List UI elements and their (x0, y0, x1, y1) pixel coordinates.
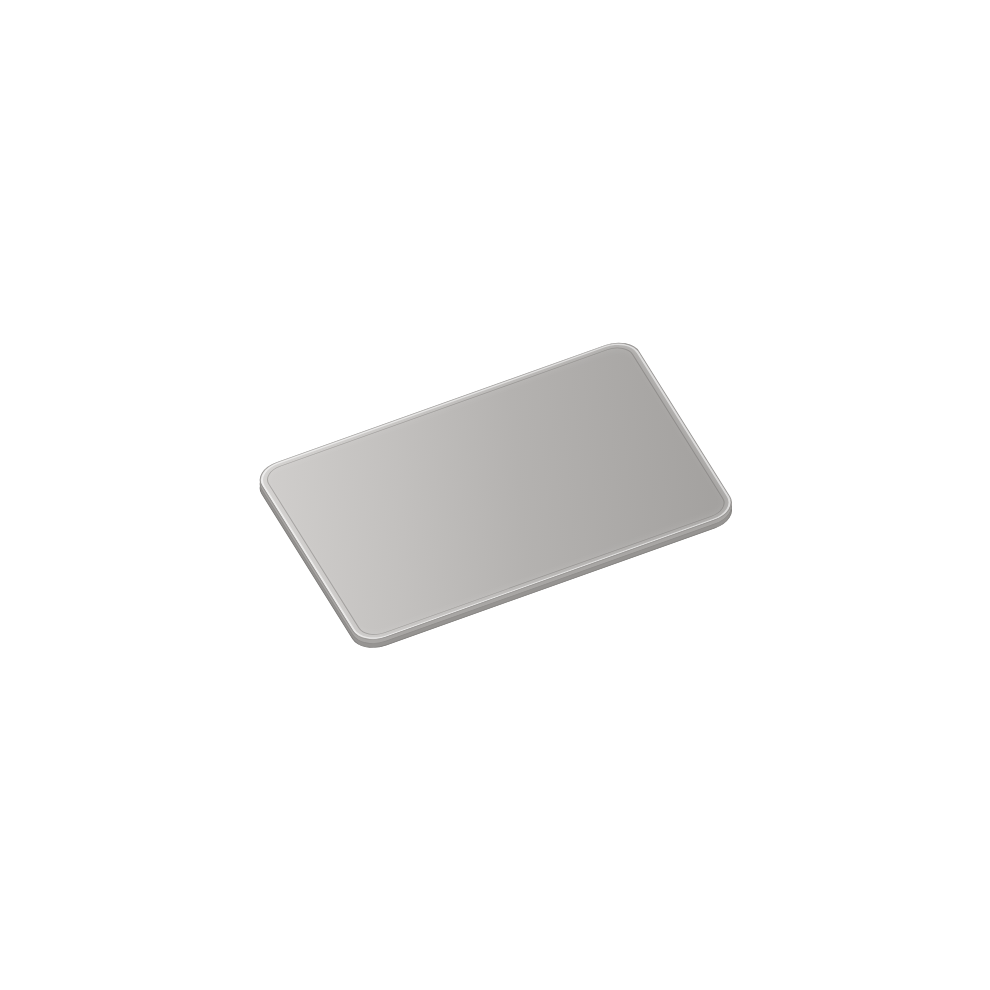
tray-rim-line (261, 343, 730, 640)
product-photo (0, 0, 990, 990)
